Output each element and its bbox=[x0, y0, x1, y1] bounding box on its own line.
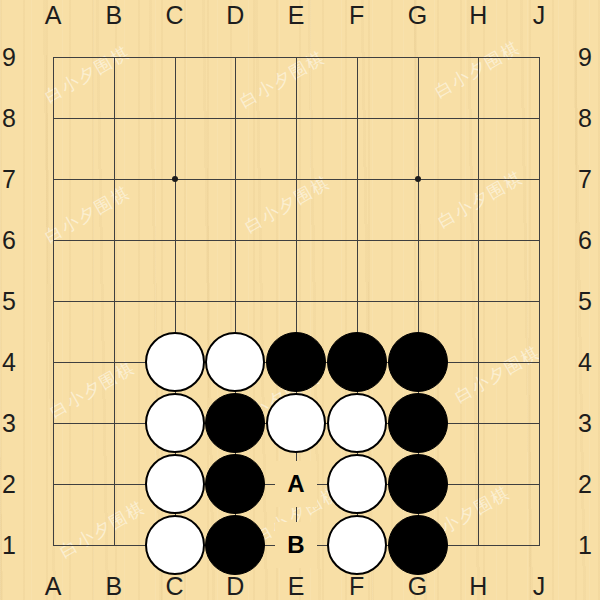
intersection-A5[interactable] bbox=[23, 271, 84, 332]
white-stone-C4 bbox=[145, 332, 205, 392]
black-stone-D1 bbox=[205, 515, 265, 575]
intersection-F2[interactable] bbox=[326, 454, 387, 515]
intersection-C5[interactable] bbox=[144, 271, 205, 332]
intersection-E3[interactable] bbox=[266, 393, 327, 454]
coord-top-D: D bbox=[217, 0, 253, 30]
intersection-C9[interactable] bbox=[144, 27, 205, 88]
intersection-E9[interactable] bbox=[266, 27, 327, 88]
coord-right-2: 2 bbox=[567, 469, 600, 499]
intersection-A9[interactable] bbox=[23, 27, 84, 88]
intersection-C1[interactable] bbox=[144, 515, 205, 576]
intersection-F6[interactable] bbox=[326, 210, 387, 271]
intersection-D2[interactable] bbox=[205, 454, 266, 515]
intersection-G8[interactable] bbox=[387, 88, 448, 149]
white-stone-D4 bbox=[205, 332, 265, 392]
intersection-D8[interactable] bbox=[205, 88, 266, 149]
go-board-screenshot: 白小夕围棋白小夕围棋白小夕围棋白小夕围棋白小夕围棋白小夕围棋白小夕围棋白小夕围棋… bbox=[0, 0, 600, 600]
intersection-A6[interactable] bbox=[23, 210, 84, 271]
intersection-H8[interactable] bbox=[448, 88, 509, 149]
white-stone-C3 bbox=[145, 393, 205, 453]
intersection-D7[interactable] bbox=[205, 149, 266, 210]
intersection-B8[interactable] bbox=[83, 88, 144, 149]
white-stone-E3 bbox=[266, 393, 326, 453]
intersection-D5[interactable] bbox=[205, 271, 266, 332]
coord-right-3: 3 bbox=[567, 408, 600, 438]
intersection-C7[interactable] bbox=[144, 149, 205, 210]
intersection-F9[interactable] bbox=[326, 27, 387, 88]
intersection-H3[interactable] bbox=[448, 393, 509, 454]
intersection-B6[interactable] bbox=[83, 210, 144, 271]
intersection-E5[interactable] bbox=[266, 271, 327, 332]
black-stone-G1 bbox=[388, 515, 448, 575]
intersection-D4[interactable] bbox=[205, 332, 266, 393]
intersection-D1[interactable] bbox=[205, 515, 266, 576]
intersection-G9[interactable] bbox=[387, 27, 448, 88]
intersection-J6[interactable] bbox=[509, 210, 570, 271]
coord-right-9: 9 bbox=[567, 42, 600, 72]
intersection-J7[interactable] bbox=[509, 149, 570, 210]
intersection-E1[interactable]: B bbox=[266, 515, 327, 576]
intersection-G4[interactable] bbox=[387, 332, 448, 393]
intersection-H6[interactable] bbox=[448, 210, 509, 271]
intersection-E2[interactable]: A bbox=[266, 454, 327, 515]
intersection-B1[interactable] bbox=[83, 515, 144, 576]
point-label-B[interactable]: B bbox=[275, 522, 317, 568]
white-stone-C2 bbox=[145, 454, 205, 514]
intersection-C6[interactable] bbox=[144, 210, 205, 271]
intersection-H9[interactable] bbox=[448, 27, 509, 88]
intersection-D3[interactable] bbox=[205, 393, 266, 454]
intersection-H1[interactable] bbox=[448, 515, 509, 576]
intersection-E8[interactable] bbox=[266, 88, 327, 149]
black-stone-G3 bbox=[388, 393, 448, 453]
intersection-J3[interactable] bbox=[509, 393, 570, 454]
coord-right-5: 5 bbox=[567, 286, 600, 316]
black-stone-D3 bbox=[205, 393, 265, 453]
intersection-H7[interactable] bbox=[448, 149, 509, 210]
intersection-C3[interactable] bbox=[144, 393, 205, 454]
intersection-A7[interactable] bbox=[23, 149, 84, 210]
white-stone-F1 bbox=[327, 515, 387, 575]
intersection-E7[interactable] bbox=[266, 149, 327, 210]
intersection-E6[interactable] bbox=[266, 210, 327, 271]
coord-right-6: 6 bbox=[567, 225, 600, 255]
intersection-J1[interactable] bbox=[509, 515, 570, 576]
intersection-G2[interactable] bbox=[387, 454, 448, 515]
coord-top-G: G bbox=[400, 0, 436, 30]
black-stone-G2 bbox=[388, 454, 448, 514]
intersection-B2[interactable] bbox=[83, 454, 144, 515]
coord-right-8: 8 bbox=[567, 103, 600, 133]
black-stone-F4 bbox=[327, 332, 387, 392]
black-stone-E4 bbox=[266, 332, 326, 392]
intersection-A4[interactable] bbox=[23, 332, 84, 393]
intersection-H4[interactable] bbox=[448, 332, 509, 393]
coord-top-H: H bbox=[460, 0, 496, 30]
intersection-F1[interactable] bbox=[326, 515, 387, 576]
intersection-G7[interactable] bbox=[387, 149, 448, 210]
intersection-J4[interactable] bbox=[509, 332, 570, 393]
intersection-G6[interactable] bbox=[387, 210, 448, 271]
intersection-C4[interactable] bbox=[144, 332, 205, 393]
intersection-A3[interactable] bbox=[23, 393, 84, 454]
black-stone-G4 bbox=[388, 332, 448, 392]
intersection-H2[interactable] bbox=[448, 454, 509, 515]
coord-top-C: C bbox=[157, 0, 193, 30]
intersection-D9[interactable] bbox=[205, 27, 266, 88]
white-stone-C1 bbox=[145, 515, 205, 575]
intersection-J8[interactable] bbox=[509, 88, 570, 149]
go-board: AB bbox=[23, 27, 570, 576]
intersection-C2[interactable] bbox=[144, 454, 205, 515]
coord-top-F: F bbox=[339, 0, 375, 30]
intersection-G5[interactable] bbox=[387, 271, 448, 332]
intersection-B4[interactable] bbox=[83, 332, 144, 393]
coord-top-A: A bbox=[35, 0, 71, 30]
intersection-G3[interactable] bbox=[387, 393, 448, 454]
intersection-B5[interactable] bbox=[83, 271, 144, 332]
white-stone-F3 bbox=[327, 393, 387, 453]
intersection-F3[interactable] bbox=[326, 393, 387, 454]
coord-right-4: 4 bbox=[567, 347, 600, 377]
coord-right-1: 1 bbox=[567, 530, 600, 560]
intersection-D6[interactable] bbox=[205, 210, 266, 271]
intersection-C8[interactable] bbox=[144, 88, 205, 149]
intersection-A8[interactable] bbox=[23, 88, 84, 149]
intersection-B9[interactable] bbox=[83, 27, 144, 88]
coord-top-B: B bbox=[96, 0, 132, 30]
coord-top-J: J bbox=[521, 0, 557, 30]
intersection-B7[interactable] bbox=[83, 149, 144, 210]
intersection-E4[interactable] bbox=[266, 332, 327, 393]
intersection-J2[interactable] bbox=[509, 454, 570, 515]
intersection-A1[interactable] bbox=[23, 515, 84, 576]
white-stone-F2 bbox=[327, 454, 387, 514]
intersection-F5[interactable] bbox=[326, 271, 387, 332]
intersection-B3[interactable] bbox=[83, 393, 144, 454]
point-label-A[interactable]: A bbox=[275, 461, 317, 507]
black-stone-D2 bbox=[205, 454, 265, 514]
intersection-F4[interactable] bbox=[326, 332, 387, 393]
intersection-A2[interactable] bbox=[23, 454, 84, 515]
intersection-F8[interactable] bbox=[326, 88, 387, 149]
intersection-F7[interactable] bbox=[326, 149, 387, 210]
intersection-J5[interactable] bbox=[509, 271, 570, 332]
intersection-G1[interactable] bbox=[387, 515, 448, 576]
intersection-J9[interactable] bbox=[509, 27, 570, 88]
coord-top-E: E bbox=[278, 0, 314, 30]
intersection-H5[interactable] bbox=[448, 271, 509, 332]
coord-right-7: 7 bbox=[567, 164, 600, 194]
